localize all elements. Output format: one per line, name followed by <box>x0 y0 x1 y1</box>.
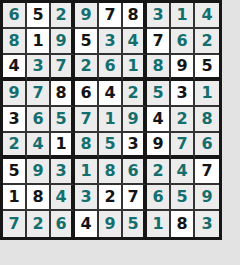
cell-r2c6[interactable]: 4 <box>123 29 147 55</box>
cell-r7c4[interactable]: 1 <box>75 159 99 185</box>
cell-r5c8[interactable]: 2 <box>171 107 195 133</box>
cell-r9c2[interactable]: 2 <box>27 211 51 237</box>
cell-r2c3[interactable]: 9 <box>51 29 75 55</box>
cell-r7c5[interactable]: 8 <box>99 159 123 185</box>
cell-r3c3[interactable]: 7 <box>51 55 75 81</box>
cell-r4c2[interactable]: 7 <box>27 81 51 107</box>
cell-r7c1[interactable]: 5 <box>3 159 27 185</box>
cell-r3c9[interactable]: 5 <box>195 55 219 81</box>
cell-r6c6[interactable]: 3 <box>123 133 147 159</box>
cell-r4c1[interactable]: 9 <box>3 81 27 107</box>
cell-r6c3[interactable]: 1 <box>51 133 75 159</box>
cell-r6c2[interactable]: 4 <box>27 133 51 159</box>
cell-r1c5[interactable]: 7 <box>99 3 123 29</box>
cell-r9c6[interactable]: 5 <box>123 211 147 237</box>
cell-r6c4[interactable]: 8 <box>75 133 99 159</box>
cell-r1c8[interactable]: 1 <box>171 3 195 29</box>
cell-r4c5[interactable]: 4 <box>99 81 123 107</box>
cell-r8c7[interactable]: 6 <box>147 185 171 211</box>
cell-r1c3[interactable]: 2 <box>51 3 75 29</box>
cell-r5c2[interactable]: 6 <box>27 107 51 133</box>
cell-r8c6[interactable]: 7 <box>123 185 147 211</box>
cell-r1c1[interactable]: 6 <box>3 3 27 29</box>
cell-r4c6[interactable]: 2 <box>123 81 147 107</box>
cell-r3c1[interactable]: 4 <box>3 55 27 81</box>
cell-r7c7[interactable]: 2 <box>147 159 171 185</box>
cell-r8c3[interactable]: 4 <box>51 185 75 211</box>
cell-r9c8[interactable]: 8 <box>171 211 195 237</box>
cell-r5c3[interactable]: 5 <box>51 107 75 133</box>
cell-r9c4[interactable]: 4 <box>75 211 99 237</box>
cell-r1c7[interactable]: 3 <box>147 3 171 29</box>
cell-r5c4[interactable]: 7 <box>75 107 99 133</box>
cell-r9c7[interactable]: 1 <box>147 211 171 237</box>
cell-r6c9[interactable]: 6 <box>195 133 219 159</box>
cell-r9c1[interactable]: 7 <box>3 211 27 237</box>
cell-r3c6[interactable]: 1 <box>123 55 147 81</box>
cell-r9c3[interactable]: 6 <box>51 211 75 237</box>
cell-r2c1[interactable]: 8 <box>3 29 27 55</box>
cell-r3c4[interactable]: 2 <box>75 55 99 81</box>
cell-r7c2[interactable]: 9 <box>27 159 51 185</box>
cell-r8c1[interactable]: 1 <box>3 185 27 211</box>
cell-r3c2[interactable]: 3 <box>27 55 51 81</box>
cell-r3c5[interactable]: 6 <box>99 55 123 81</box>
cell-r4c9[interactable]: 1 <box>195 81 219 107</box>
cell-r7c3[interactable]: 3 <box>51 159 75 185</box>
cell-r4c7[interactable]: 5 <box>147 81 171 107</box>
cell-r5c9[interactable]: 8 <box>195 107 219 133</box>
cell-r8c8[interactable]: 5 <box>171 185 195 211</box>
cell-r7c8[interactable]: 4 <box>171 159 195 185</box>
cell-r1c6[interactable]: 8 <box>123 3 147 29</box>
cell-r5c1[interactable]: 3 <box>3 107 27 133</box>
sudoku-board: 6529783148195347624372618959786425313657… <box>0 0 222 240</box>
cell-r5c7[interactable]: 4 <box>147 107 171 133</box>
cell-r8c5[interactable]: 2 <box>99 185 123 211</box>
cell-r8c4[interactable]: 3 <box>75 185 99 211</box>
cell-r7c9[interactable]: 7 <box>195 159 219 185</box>
cell-r7c6[interactable]: 6 <box>123 159 147 185</box>
cell-r2c9[interactable]: 2 <box>195 29 219 55</box>
cell-r2c7[interactable]: 7 <box>147 29 171 55</box>
cell-r9c9[interactable]: 3 <box>195 211 219 237</box>
cell-r2c4[interactable]: 5 <box>75 29 99 55</box>
cell-r5c6[interactable]: 9 <box>123 107 147 133</box>
cell-r3c7[interactable]: 8 <box>147 55 171 81</box>
cell-r4c8[interactable]: 3 <box>171 81 195 107</box>
cell-r6c1[interactable]: 2 <box>3 133 27 159</box>
cell-r8c2[interactable]: 8 <box>27 185 51 211</box>
cell-r2c5[interactable]: 3 <box>99 29 123 55</box>
cell-r6c7[interactable]: 9 <box>147 133 171 159</box>
cell-r3c8[interactable]: 9 <box>171 55 195 81</box>
cell-r1c2[interactable]: 5 <box>27 3 51 29</box>
cell-r6c8[interactable]: 7 <box>171 133 195 159</box>
cell-r1c4[interactable]: 9 <box>75 3 99 29</box>
cell-r4c4[interactable]: 6 <box>75 81 99 107</box>
cell-r2c2[interactable]: 1 <box>27 29 51 55</box>
cell-r2c8[interactable]: 6 <box>171 29 195 55</box>
cell-r8c9[interactable]: 9 <box>195 185 219 211</box>
cell-r5c5[interactable]: 1 <box>99 107 123 133</box>
cell-r6c5[interactable]: 5 <box>99 133 123 159</box>
cell-r9c5[interactable]: 9 <box>99 211 123 237</box>
cell-r1c9[interactable]: 4 <box>195 3 219 29</box>
cell-r4c3[interactable]: 8 <box>51 81 75 107</box>
